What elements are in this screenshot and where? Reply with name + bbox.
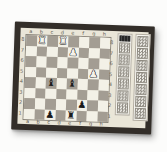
mini-chess-diagram <box>117 102 128 113</box>
mini-chess-diagram <box>135 84 146 95</box>
square-c8 <box>47 36 58 47</box>
square-b4 <box>35 77 46 88</box>
square-g7 <box>89 48 100 59</box>
coordinate-label: 2 <box>107 100 112 111</box>
square-f6 <box>78 58 89 69</box>
piece-black-bishop: ♝ <box>67 78 76 89</box>
square-e6 <box>67 57 78 68</box>
coordinate-label: 1 <box>107 110 112 121</box>
square-e7: ♟ <box>68 47 79 58</box>
piece-black-bishop: ♝ <box>46 78 55 89</box>
coordinate-label: f <box>75 120 86 126</box>
square-d5 <box>56 68 67 79</box>
square-b7 <box>36 46 47 57</box>
square-d6 <box>57 57 68 68</box>
piece-black-pawn: ♟ <box>77 100 86 111</box>
square-b6 <box>36 56 47 67</box>
exercise-card-2 <box>133 34 151 121</box>
square-b3 <box>35 88 46 99</box>
coordinate-label: 7 <box>109 47 114 58</box>
coordinate-label: e <box>64 119 75 125</box>
coordinate-label: 4 <box>108 79 113 90</box>
square-c3 <box>45 88 56 99</box>
coordinate-label: 5 <box>108 68 113 79</box>
square-b2 <box>34 98 45 109</box>
square-g3 <box>87 90 98 101</box>
square-a3 <box>24 87 35 98</box>
exercise-cards-panel <box>114 33 150 128</box>
demo-chess-board: abcdefgh 87654321 ♜♜♟♟♝♝♟♟♜ 87654321 abc… <box>11 22 155 135</box>
square-b8: ♜ <box>37 35 48 46</box>
coordinate-label: 8 <box>109 37 114 48</box>
piece-white-rook: ♜ <box>37 35 46 46</box>
square-g4 <box>88 79 99 90</box>
coordinate-label: h <box>96 120 107 126</box>
square-d7 <box>57 47 68 58</box>
exercise-card-1 <box>115 33 133 115</box>
square-e4: ♝ <box>67 78 78 89</box>
square-d4 <box>56 78 67 89</box>
coordinate-label: c <box>43 119 54 125</box>
mini-chess-diagram <box>118 66 129 77</box>
mini-chess-diagram <box>119 42 130 53</box>
square-a2 <box>24 98 35 109</box>
mini-chess-diagram <box>135 96 146 107</box>
square-e3 <box>66 89 77 100</box>
coordinate-label: a <box>22 118 33 124</box>
mini-chess-diagram <box>135 108 146 119</box>
square-a4 <box>25 77 36 88</box>
square-f7 <box>78 47 89 58</box>
square-a7 <box>26 45 37 56</box>
square-g5: ♟ <box>88 69 99 80</box>
square-a6 <box>25 56 36 67</box>
mini-chess-diagram <box>118 54 129 65</box>
mini-chess-diagram <box>136 72 147 83</box>
square-f2: ♟ <box>76 100 87 111</box>
square-d8: ♜ <box>58 36 69 47</box>
piece-white-pawn: ♟ <box>68 47 77 58</box>
mini-chess-diagram <box>137 48 148 59</box>
coordinate-label: 3 <box>107 89 112 100</box>
square-c4: ♝ <box>46 78 57 89</box>
mini-chess-diagram <box>117 90 128 101</box>
square-g2 <box>87 100 98 111</box>
square-c6 <box>46 57 57 68</box>
square-c7 <box>47 46 58 57</box>
chess-board: ♜♜♟♟♝♝♟♟♜ <box>23 34 112 123</box>
square-g8 <box>89 37 100 48</box>
square-f4 <box>77 79 88 90</box>
mini-chess-diagram <box>136 60 147 71</box>
coordinate-label: 6 <box>108 58 113 69</box>
square-f5 <box>77 68 88 79</box>
mini-chess-diagram <box>137 36 148 47</box>
square-a8 <box>26 35 37 46</box>
board-surface: abcdefgh 87654321 ♜♜♟♟♝♝♟♟♜ 87654321 abc… <box>17 28 148 128</box>
square-f8 <box>79 37 90 48</box>
piece-white-rook: ♜ <box>58 36 67 47</box>
coordinate-label: b <box>33 118 44 124</box>
square-a5 <box>25 66 36 77</box>
mini-chess-diagram <box>118 78 129 89</box>
coordinate-label: d <box>54 119 65 125</box>
piece-white-pawn: ♟ <box>89 69 98 80</box>
square-b5 <box>35 67 46 78</box>
chess-block: abcdefgh 87654321 ♜♜♟♟♝♝♟♟♜ 87654321 abc… <box>17 28 114 127</box>
publisher-logo-block <box>119 35 130 41</box>
square-d3 <box>56 89 67 100</box>
square-d2 <box>55 99 66 110</box>
coordinate-label: g <box>85 120 96 126</box>
